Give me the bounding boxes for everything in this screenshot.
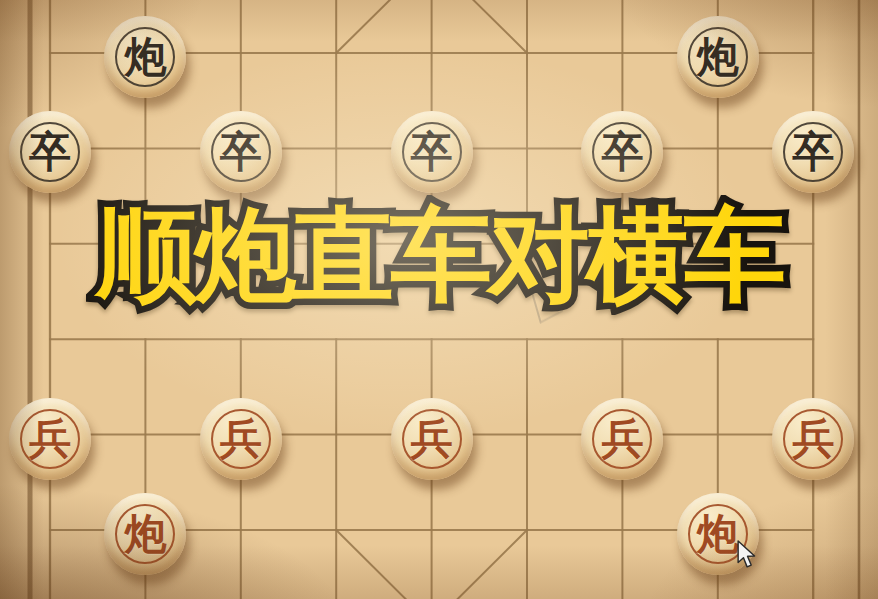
piece-ring: 兵: [592, 409, 652, 469]
piece-red-soldier-5[interactable]: 兵: [772, 398, 854, 480]
piece-ring: 卒: [20, 122, 80, 182]
piece-ring: 炮: [115, 27, 175, 87]
piece-black-soldier-2[interactable]: 卒: [200, 111, 282, 193]
piece-black-soldier-1[interactable]: 卒: [9, 111, 91, 193]
piece-ring: 卒: [592, 122, 652, 182]
xiangqi-board[interactable]: 炮炮卒卒卒卒卒兵兵兵兵兵炮炮 顺炮直车对横车 顺炮直车对横车: [0, 0, 878, 599]
piece-glyph-black-soldier-1: 卒: [29, 131, 71, 173]
piece-red-cannon-left[interactable]: 炮: [104, 493, 186, 575]
piece-black-cannon-right[interactable]: 炮: [677, 16, 759, 98]
piece-ring: 炮: [688, 504, 748, 564]
piece-glyph-red-soldier-4: 兵: [601, 418, 643, 460]
piece-red-soldier-1[interactable]: 兵: [9, 398, 91, 480]
piece-glyph-red-soldier-5: 兵: [792, 418, 834, 460]
piece-glyph-black-cannon-left: 炮: [124, 36, 166, 78]
piece-glyph-red-soldier-3: 兵: [411, 418, 453, 460]
piece-ring: 炮: [115, 504, 175, 564]
piece-glyph-black-soldier-5: 卒: [792, 131, 834, 173]
piece-glyph-red-soldier-2: 兵: [220, 418, 262, 460]
piece-ring: 炮: [688, 27, 748, 87]
piece-black-soldier-3[interactable]: 卒: [391, 111, 473, 193]
piece-glyph-black-soldier-4: 卒: [601, 131, 643, 173]
piece-ring: 卒: [402, 122, 462, 182]
piece-ring: 兵: [20, 409, 80, 469]
piece-glyph-black-cannon-right: 炮: [697, 36, 739, 78]
piece-ring: 兵: [211, 409, 271, 469]
title-banner-text: 顺炮直车对横车: [96, 204, 782, 306]
piece-glyph-red-soldier-1: 兵: [29, 418, 71, 460]
piece-ring: 卒: [783, 122, 843, 182]
piece-red-soldier-4[interactable]: 兵: [581, 398, 663, 480]
piece-ring: 兵: [402, 409, 462, 469]
piece-ring: 兵: [783, 409, 843, 469]
piece-black-soldier-5[interactable]: 卒: [772, 111, 854, 193]
piece-glyph-black-soldier-3: 卒: [411, 131, 453, 173]
piece-red-soldier-3[interactable]: 兵: [391, 398, 473, 480]
piece-glyph-red-cannon-left: 炮: [124, 513, 166, 555]
title-banner: 顺炮直车对横车 顺炮直车对横车: [96, 204, 782, 306]
piece-black-cannon-left[interactable]: 炮: [104, 16, 186, 98]
piece-red-soldier-2[interactable]: 兵: [200, 398, 282, 480]
piece-red-cannon-right[interactable]: 炮: [677, 493, 759, 575]
piece-glyph-red-cannon-right: 炮: [697, 513, 739, 555]
piece-ring: 卒: [211, 122, 271, 182]
piece-glyph-black-soldier-2: 卒: [220, 131, 262, 173]
